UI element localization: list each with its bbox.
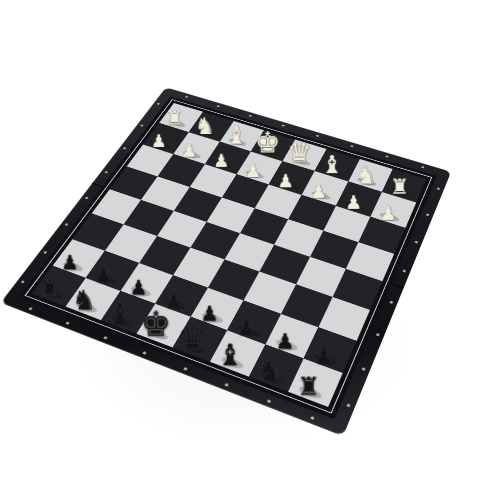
white-bishop: ♝ — [219, 124, 253, 148]
frame-dot — [402, 270, 406, 273]
white-queen: ♛ — [282, 140, 317, 167]
frame-dot — [43, 251, 47, 254]
black-knight: ♞ — [248, 356, 291, 385]
white-bishop: ♝ — [314, 153, 349, 178]
black-bishop: ♝ — [99, 299, 140, 327]
frame-dot — [65, 321, 70, 325]
black-king: ♚ — [135, 307, 176, 341]
white-knight: ♞ — [348, 164, 384, 188]
product-photo: ♜♞♝♚♛♝♞♜♟♟♟♟♟♟♟♟♟♟♟♟♟♟♟♟♜♞♝♚♛♝♞♜ — [0, 0, 480, 480]
frame-dot — [282, 125, 286, 127]
fold-hinge-right — [390, 283, 404, 289]
white-pawn: ♟ — [268, 172, 304, 190]
frame-dot — [21, 280, 25, 283]
frame-dot — [376, 333, 380, 337]
chess-board: ♜♞♝♚♛♝♞♜♟♟♟♟♟♟♟♟♟♟♟♟♟♟♟♟♜♞♝♚♛♝♞♜ — [1, 87, 452, 436]
board-square: ♜ — [288, 358, 343, 407]
frame-dot — [385, 155, 389, 158]
frame-dot — [421, 166, 425, 169]
white-rook: ♜ — [158, 109, 191, 129]
frame-dot — [426, 213, 430, 216]
white-pawn: ♟ — [173, 142, 208, 160]
white-rook: ♜ — [381, 177, 417, 198]
black-pawn: ♟ — [119, 277, 158, 297]
frame-dot — [437, 187, 441, 190]
white-pawn: ♟ — [236, 161, 271, 179]
black-bishop: ♝ — [209, 340, 251, 369]
white-pawn: ♟ — [370, 204, 407, 223]
frame-dot — [217, 105, 220, 107]
black-pawn: ♟ — [303, 345, 345, 366]
frame-dot — [362, 367, 366, 371]
black-pawn: ♟ — [264, 330, 305, 351]
board-square — [240, 208, 289, 245]
white-knight: ♞ — [188, 115, 222, 138]
board-square: ♟ — [370, 192, 416, 228]
frame-dot — [185, 96, 188, 98]
frame-dot — [183, 367, 188, 371]
black-rook: ♜ — [287, 374, 330, 399]
frame-dot — [123, 147, 127, 150]
white-pawn: ♟ — [301, 182, 337, 200]
frame-dot — [350, 145, 354, 148]
white-pawn: ♟ — [335, 193, 371, 212]
frame-dot — [414, 241, 418, 244]
frame-dot — [157, 103, 161, 105]
black-knight: ♞ — [64, 287, 104, 314]
scene: ♜♞♝♚♛♝♞♜♟♟♟♟♟♟♟♟♟♟♟♟♟♟♟♟♜♞♝♚♛♝♞♜ — [0, 0, 480, 480]
frame-dot — [266, 399, 271, 403]
black-pawn: ♟ — [226, 317, 267, 338]
white-pawn: ♟ — [204, 151, 239, 169]
black-queen: ♛ — [172, 323, 214, 355]
white-king: ♚ — [250, 129, 284, 158]
frame-dot — [315, 135, 319, 137]
board-surface: ♜♞♝♚♛♝♞♜♟♟♟♟♟♟♟♟♟♟♟♟♟♟♟♟♜♞♝♚♛♝♞♜ — [18, 96, 437, 419]
frame-dot — [104, 336, 109, 340]
black-pawn: ♟ — [84, 265, 123, 285]
frame-dot — [28, 307, 32, 310]
frame-dot — [85, 196, 89, 199]
frame-dot — [224, 383, 229, 387]
frame-dot — [140, 124, 144, 126]
white-pawn: ♟ — [142, 132, 176, 149]
board-grid: ♜♞♝♚♛♝♞♜♟♟♟♟♟♟♟♟♟♟♟♟♟♟♟♟♜♞♝♚♛♝♞♜ — [32, 103, 427, 407]
frame-dot — [143, 351, 148, 355]
frame-dot — [346, 403, 350, 407]
frame-dot — [310, 416, 315, 420]
frame-dot — [65, 223, 69, 226]
frame-dot — [104, 171, 108, 174]
frame-dot — [390, 300, 394, 303]
board-frame: ♜♞♝♚♛♝♞♜♟♟♟♟♟♟♟♟♟♟♟♟♟♟♟♟♜♞♝♚♛♝♞♜ — [1, 87, 452, 436]
frame-dot — [249, 115, 253, 117]
